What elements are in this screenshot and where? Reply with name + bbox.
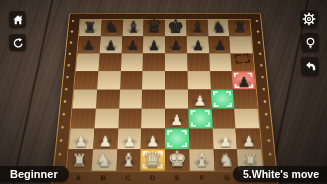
square-c5[interactable] (120, 71, 143, 89)
square-g6[interactable] (209, 53, 232, 71)
black-knight-g8[interactable]: ♞ (208, 20, 229, 36)
square-d1[interactable]: ♛ (140, 149, 165, 170)
black-pawn-e7[interactable]: ♟ (165, 39, 187, 52)
square-b3[interactable] (94, 109, 118, 129)
square-f6[interactable] (187, 53, 210, 71)
file-label-b: B (91, 173, 116, 184)
white-queen-d1[interactable]: ♛ (141, 148, 165, 170)
settings-gear-icon (302, 12, 316, 26)
square-e4[interactable] (165, 90, 188, 109)
black-bishop-c8[interactable]: ♝ (122, 20, 143, 36)
square-f2[interactable] (189, 129, 214, 150)
white-knight-b1[interactable]: ♞ (92, 152, 116, 170)
white-pawn-a2[interactable]: ♟ (69, 134, 93, 149)
square-d8[interactable]: ♛ (144, 20, 165, 37)
white-pawn-g2[interactable]: ♟ (213, 134, 237, 149)
square-a5[interactable] (74, 71, 98, 89)
square-a7[interactable]: ♟ (78, 36, 101, 53)
highlight-corner-brackets (167, 130, 187, 147)
square-h8[interactable]: ♜ (228, 20, 251, 37)
board-grid: ♜♞♝♛♚♝♞♜♟♟♟♟♟♟♟♟♟♟♟♟♟♟♟♟♜♞♝♛♚♝♞♜ (67, 20, 263, 171)
file-label-e: E (165, 173, 190, 184)
square-d6[interactable] (143, 53, 165, 71)
square-f8[interactable]: ♝ (186, 20, 208, 37)
black-pawn-g7[interactable]: ♟ (209, 39, 231, 52)
square-h3[interactable] (234, 109, 259, 129)
square-c4[interactable] (119, 90, 143, 109)
square-b5[interactable] (97, 71, 121, 89)
home-icon (12, 14, 24, 26)
highlight-corner-brackets (190, 110, 210, 126)
square-g4[interactable] (210, 90, 234, 109)
square-g5[interactable] (210, 71, 234, 89)
home-button[interactable] (9, 11, 26, 28)
move-status-badge: 5.White's move (233, 166, 327, 182)
anger-icon (234, 54, 250, 64)
square-e8[interactable]: ♚ (165, 20, 186, 37)
square-f7[interactable]: ♟ (186, 36, 208, 53)
square-f4[interactable]: ♟ (188, 90, 212, 109)
difficulty-badge: Beginner (0, 166, 69, 182)
black-pawn-b7[interactable]: ♟ (99, 39, 121, 52)
black-pawn-h5[interactable]: ♟ (233, 75, 256, 89)
settings-button[interactable] (300, 10, 318, 28)
square-g2[interactable]: ♟ (212, 129, 237, 150)
square-b1[interactable]: ♞ (91, 149, 117, 170)
square-e1[interactable]: ♚ (165, 149, 190, 170)
black-pawn-f7[interactable]: ♟ (187, 39, 209, 52)
square-b7[interactable]: ♟ (99, 36, 122, 53)
square-d3[interactable] (141, 109, 165, 129)
square-g7[interactable]: ♟ (208, 36, 231, 53)
highlight-corner-brackets (212, 91, 232, 107)
move-status-label: 5.White's move (243, 168, 319, 180)
restart-icon (12, 37, 24, 49)
square-a4[interactable] (72, 90, 96, 109)
square-d7[interactable]: ♟ (143, 36, 165, 53)
white-rook-a1[interactable]: ♜ (67, 153, 91, 170)
square-h6[interactable] (231, 53, 254, 71)
file-label-d: D (140, 173, 165, 184)
black-pawn-d7[interactable]: ♟ (143, 39, 165, 52)
undo-button[interactable] (301, 57, 319, 76)
square-h5[interactable]: ♟ (232, 71, 256, 89)
file-label-c: C (115, 173, 140, 184)
square-f5[interactable] (187, 71, 210, 89)
square-e6[interactable] (165, 53, 187, 71)
white-pawn-e3[interactable]: ♟ (165, 113, 189, 127)
square-e3[interactable]: ♟ (165, 109, 189, 129)
black-king-e8[interactable]: ♚ (165, 17, 186, 36)
black-pawn-a7[interactable]: ♟ (78, 39, 100, 52)
white-pawn-f4[interactable]: ♟ (188, 94, 211, 108)
square-c7[interactable]: ♟ (121, 36, 143, 53)
square-b4[interactable] (96, 90, 120, 109)
square-a8[interactable]: ♜ (79, 20, 102, 37)
white-bishop-c1[interactable]: ♝ (116, 152, 140, 170)
square-d4[interactable] (142, 90, 165, 109)
hint-button[interactable] (301, 33, 319, 52)
square-c6[interactable] (120, 53, 143, 71)
square-b2[interactable]: ♟ (93, 129, 118, 150)
hint-bulb-icon (304, 36, 317, 50)
square-c3[interactable] (118, 109, 142, 129)
square-a3[interactable] (71, 109, 96, 129)
black-pawn-c7[interactable]: ♟ (121, 39, 143, 52)
white-pawn-c2[interactable]: ♟ (117, 134, 141, 149)
square-d5[interactable] (142, 71, 165, 89)
restart-button[interactable] (9, 34, 26, 51)
square-h4[interactable] (233, 90, 257, 109)
square-e7[interactable]: ♟ (165, 36, 187, 53)
white-king-e1[interactable]: ♚ (165, 148, 189, 170)
difficulty-label: Beginner (10, 168, 58, 180)
square-b6[interactable] (98, 53, 121, 71)
white-pawn-b2[interactable]: ♟ (93, 134, 117, 149)
chess-board: ♜♞♝♛♚♝♞♜♟♟♟♟♟♟♟♟♟♟♟♟♟♟♟♟♜♞♝♛♚♝♞♜ ABCDEFG… (51, 13, 279, 184)
white-bishop-f1[interactable]: ♝ (189, 152, 213, 170)
square-c1[interactable]: ♝ (116, 149, 141, 170)
square-a1[interactable]: ♜ (67, 149, 93, 170)
chess-app-screen: ♜♞♝♛♚♝♞♜♟♟♟♟♟♟♟♟♟♟♟♟♟♟♟♟♜♞♝♛♚♝♞♜ ABCDEFG… (0, 0, 327, 184)
square-a2[interactable]: ♟ (69, 129, 94, 150)
file-label-f: F (190, 173, 215, 184)
black-rook-a8[interactable]: ♜ (79, 21, 100, 36)
undo-icon (304, 60, 317, 73)
black-bishop-f8[interactable]: ♝ (186, 20, 207, 36)
square-e5[interactable] (165, 71, 188, 89)
square-f1[interactable]: ♝ (189, 149, 214, 170)
white-pawn-h2[interactable]: ♟ (237, 134, 261, 149)
square-g3[interactable] (211, 109, 235, 129)
black-queen-d8[interactable]: ♛ (144, 17, 165, 36)
square-b8[interactable]: ♞ (101, 20, 123, 37)
square-f3[interactable] (188, 109, 212, 129)
square-c2[interactable]: ♟ (117, 129, 142, 150)
square-g8[interactable]: ♞ (207, 20, 229, 37)
square-c8[interactable]: ♝ (122, 20, 144, 37)
black-knight-b8[interactable]: ♞ (101, 20, 122, 36)
square-h7[interactable] (229, 36, 252, 53)
file-label-a: A (66, 173, 92, 184)
black-rook-h8[interactable]: ♜ (229, 21, 250, 36)
square-h2[interactable]: ♟ (236, 129, 261, 150)
square-a6[interactable] (76, 53, 99, 71)
